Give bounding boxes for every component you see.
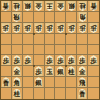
- square-1-9[interactable]: [88, 88, 99, 99]
- square-7-5[interactable]: [23, 45, 34, 56]
- gote-piece-歩[interactable]: 歩: [12, 23, 21, 33]
- square-7-8[interactable]: [23, 77, 34, 88]
- gote-piece-銀[interactable]: 銀: [67, 1, 76, 11]
- gote-piece-香[interactable]: 香: [89, 1, 98, 11]
- square-6-3[interactable]: 歩: [34, 23, 45, 34]
- gote-piece-歩[interactable]: 歩: [45, 23, 54, 33]
- gote-piece-歩[interactable]: 歩: [1, 23, 10, 33]
- star-point: [65, 65, 67, 67]
- square-2-8[interactable]: 飛: [77, 77, 88, 88]
- gote-piece-金[interactable]: 金: [56, 1, 65, 11]
- gote-piece-桂[interactable]: 桂: [12, 1, 21, 11]
- square-1-2[interactable]: [88, 12, 99, 23]
- star-point: [33, 33, 35, 35]
- square-2-7[interactable]: 金: [77, 66, 88, 77]
- square-6-6[interactable]: [34, 55, 45, 66]
- square-1-1[interactable]: 香: [88, 1, 99, 12]
- square-9-5[interactable]: [1, 45, 12, 56]
- square-8-6[interactable]: 歩: [12, 55, 23, 66]
- square-5-9[interactable]: [45, 88, 56, 99]
- sente-piece-角[interactable]: 角: [12, 77, 21, 87]
- square-3-2[interactable]: [66, 12, 77, 23]
- square-7-7[interactable]: [23, 66, 34, 77]
- square-7-9[interactable]: [23, 88, 34, 99]
- sente-piece-銀[interactable]: 銀: [34, 77, 43, 87]
- sente-piece-歩[interactable]: 歩: [23, 55, 32, 65]
- gote-piece-歩[interactable]: 歩: [67, 23, 76, 33]
- square-9-2[interactable]: [1, 12, 12, 23]
- square-5-3[interactable]: 歩: [45, 23, 56, 34]
- square-7-2[interactable]: [23, 12, 34, 23]
- square-9-9[interactable]: [1, 88, 12, 99]
- square-2-5[interactable]: [77, 45, 88, 56]
- square-1-3[interactable]: 歩: [88, 23, 99, 34]
- square-4-9[interactable]: [55, 88, 66, 99]
- sente-piece-香[interactable]: 香: [1, 77, 10, 87]
- gote-piece-歩[interactable]: 歩: [89, 23, 98, 33]
- square-6-4[interactable]: [34, 34, 45, 45]
- square-3-3[interactable]: 歩: [66, 23, 77, 34]
- square-5-8[interactable]: [45, 77, 56, 88]
- star-point: [33, 65, 35, 67]
- sente-piece-銀[interactable]: 銀: [56, 66, 65, 76]
- square-3-9[interactable]: [66, 88, 77, 99]
- gote-piece-歩[interactable]: 歩: [34, 23, 43, 33]
- square-2-1[interactable]: 桂: [77, 1, 88, 12]
- square-4-7[interactable]: 銀: [55, 66, 66, 77]
- square-4-1[interactable]: 金: [55, 1, 66, 12]
- square-8-5[interactable]: [12, 45, 23, 56]
- square-6-9[interactable]: [34, 88, 45, 99]
- square-6-1[interactable]: 金: [34, 1, 45, 12]
- gote-piece-桂[interactable]: 桂: [78, 1, 87, 11]
- square-3-6[interactable]: 歩: [66, 55, 77, 66]
- gote-piece-香[interactable]: 香: [1, 1, 10, 11]
- square-6-5[interactable]: [34, 45, 45, 56]
- gote-piece-銀[interactable]: 銀: [23, 1, 32, 11]
- square-2-6[interactable]: 歩: [77, 55, 88, 66]
- sente-piece-歩[interactable]: 歩: [12, 55, 21, 65]
- gote-piece-角[interactable]: 角: [78, 12, 87, 22]
- square-1-4[interactable]: [88, 34, 99, 45]
- square-9-4[interactable]: [1, 34, 12, 45]
- square-1-7[interactable]: [88, 66, 99, 77]
- square-7-4[interactable]: [23, 34, 34, 45]
- square-2-3[interactable]: 歩: [77, 23, 88, 34]
- square-9-8[interactable]: 香: [1, 77, 12, 88]
- square-5-2[interactable]: [45, 12, 56, 23]
- square-2-2[interactable]: 角: [77, 12, 88, 23]
- square-3-1[interactable]: 銀: [66, 1, 77, 12]
- gote-piece-歩[interactable]: 歩: [23, 23, 32, 33]
- square-8-7[interactable]: 金: [12, 66, 23, 77]
- square-7-1[interactable]: 銀: [23, 1, 34, 12]
- square-9-3[interactable]: 歩: [1, 23, 12, 34]
- square-2-9[interactable]: 香: [77, 88, 88, 99]
- sente-piece-歩[interactable]: 歩: [45, 55, 54, 65]
- square-9-1[interactable]: 香: [1, 1, 12, 12]
- square-8-8[interactable]: 角: [12, 77, 23, 88]
- sente-piece-歩[interactable]: 歩: [56, 55, 65, 65]
- sente-piece-飛[interactable]: 飛: [78, 77, 87, 87]
- star-point: [65, 33, 67, 35]
- square-4-5[interactable]: [55, 45, 66, 56]
- square-6-8[interactable]: 銀: [34, 77, 45, 88]
- square-4-2[interactable]: [55, 12, 66, 23]
- square-4-8[interactable]: [55, 77, 66, 88]
- sente-piece-玉[interactable]: 玉: [45, 66, 54, 76]
- shogi-board: 香桂銀金王金銀桂香飛角歩歩歩歩歩歩歩歩歩歩歩歩歩歩歩歩歩金歩玉銀桂金香角銀飛桂香: [0, 0, 100, 100]
- square-9-7[interactable]: [1, 66, 12, 77]
- square-3-4[interactable]: [66, 34, 77, 45]
- square-5-6[interactable]: 歩: [45, 55, 56, 66]
- square-3-8[interactable]: [66, 77, 77, 88]
- sente-piece-歩[interactable]: 歩: [78, 55, 87, 65]
- sente-piece-桂[interactable]: 桂: [67, 66, 76, 76]
- square-1-8[interactable]: [88, 77, 99, 88]
- square-8-3[interactable]: 歩: [12, 23, 23, 34]
- sente-piece-歩[interactable]: 歩: [1, 55, 10, 65]
- square-8-2[interactable]: 飛: [12, 12, 23, 23]
- gote-piece-歩[interactable]: 歩: [56, 23, 65, 33]
- sente-piece-桂[interactable]: 桂: [12, 89, 21, 99]
- square-5-4[interactable]: [45, 34, 56, 45]
- square-2-4[interactable]: [77, 34, 88, 45]
- sente-piece-歩[interactable]: 歩: [34, 66, 43, 76]
- square-5-5[interactable]: [45, 45, 56, 56]
- square-9-6[interactable]: 歩: [1, 55, 12, 66]
- sente-piece-金[interactable]: 金: [12, 66, 21, 76]
- square-6-7[interactable]: 歩: [34, 66, 45, 77]
- square-1-6[interactable]: 歩: [88, 55, 99, 66]
- sente-piece-金[interactable]: 金: [78, 66, 87, 76]
- square-8-9[interactable]: 桂: [12, 88, 23, 99]
- square-6-2[interactable]: [34, 12, 45, 23]
- square-3-7[interactable]: 桂: [66, 66, 77, 77]
- square-3-5[interactable]: [66, 45, 77, 56]
- square-1-5[interactable]: [88, 45, 99, 56]
- gote-piece-飛[interactable]: 飛: [12, 12, 21, 22]
- gote-piece-金[interactable]: 金: [34, 1, 43, 11]
- shogi-app-screenshot: 香桂銀金王金銀桂香飛角歩歩歩歩歩歩歩歩歩歩歩歩歩歩歩歩歩金歩玉銀桂金香角銀飛桂香: [0, 0, 100, 100]
- sente-piece-歩[interactable]: 歩: [89, 55, 98, 65]
- square-4-4[interactable]: [55, 34, 66, 45]
- square-8-4[interactable]: [12, 34, 23, 45]
- sente-piece-香[interactable]: 香: [78, 89, 87, 99]
- sente-piece-歩[interactable]: 歩: [67, 55, 76, 65]
- gote-piece-王[interactable]: 王: [45, 1, 54, 11]
- square-5-1[interactable]: 王: [45, 1, 56, 12]
- square-5-7[interactable]: 玉: [45, 66, 56, 77]
- gote-piece-歩[interactable]: 歩: [78, 23, 87, 33]
- square-8-1[interactable]: 桂: [12, 1, 23, 12]
